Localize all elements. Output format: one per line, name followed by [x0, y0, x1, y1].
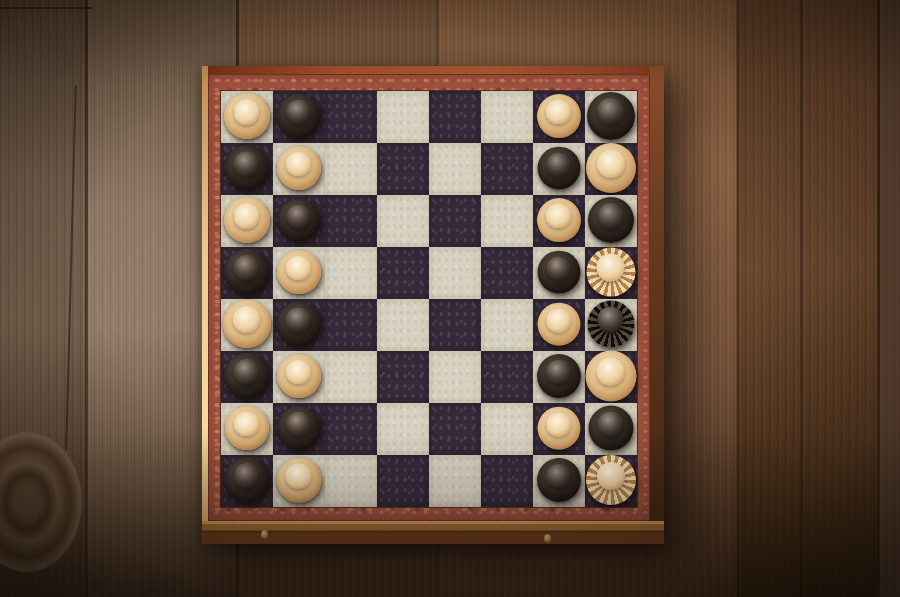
chess-box	[202, 66, 664, 544]
square-r4c8[interactable]	[585, 247, 637, 299]
plank-seam	[85, 0, 88, 597]
square-r1c1[interactable]	[221, 91, 273, 143]
square-r8c5[interactable]	[429, 455, 481, 507]
plank-seam	[0, 7, 92, 9]
square-r3c8[interactable]	[585, 195, 637, 247]
piece-black-r2c7[interactable]	[538, 147, 581, 190]
box-clasp-left	[261, 530, 268, 539]
piece-tan-r3c1[interactable]	[224, 197, 270, 243]
table-scene	[0, 0, 900, 597]
piece-tan-r5c7[interactable]	[538, 303, 581, 346]
square-r1c3[interactable]	[325, 91, 377, 143]
square-r6c2[interactable]	[273, 351, 325, 403]
piece-black-r6c1[interactable]	[224, 353, 270, 399]
square-r6c1[interactable]	[221, 351, 273, 403]
box-edge-top	[202, 66, 664, 74]
box-edge-right	[650, 66, 664, 544]
square-r1c6[interactable]	[481, 91, 533, 143]
square-r8c3[interactable]	[325, 455, 377, 507]
piece-tan-r6c2[interactable]	[277, 354, 321, 398]
square-r6c3[interactable]	[325, 351, 377, 403]
square-r3c1[interactable]	[221, 195, 273, 247]
square-r8c6[interactable]	[481, 455, 533, 507]
piece-tan-r8c8[interactable]	[586, 455, 636, 505]
square-r3c6[interactable]	[481, 195, 533, 247]
piece-tan-r1c1[interactable]	[224, 93, 270, 139]
square-r5c1[interactable]	[221, 299, 273, 351]
square-r1c7[interactable]	[533, 91, 585, 143]
square-r1c8[interactable]	[585, 91, 637, 143]
square-r3c5[interactable]	[429, 195, 481, 247]
piece-black-r1c2[interactable]	[277, 94, 321, 138]
square-r3c7[interactable]	[533, 195, 585, 247]
square-r8c8[interactable]	[585, 455, 637, 507]
square-r5c5[interactable]	[429, 299, 481, 351]
piece-black-r5c2[interactable]	[277, 302, 322, 347]
square-r4c7[interactable]	[533, 247, 585, 299]
piece-tan-r7c7[interactable]	[538, 407, 581, 450]
piece-black-r7c2[interactable]	[277, 406, 321, 450]
plank-seam	[736, 0, 739, 597]
piece-black-r1c8[interactable]	[587, 92, 635, 140]
square-r2c5[interactable]	[429, 143, 481, 195]
square-r4c1[interactable]	[221, 247, 273, 299]
plank-seam	[800, 0, 803, 597]
square-r2c3[interactable]	[325, 143, 377, 195]
table-plank-5	[737, 0, 878, 597]
square-r8c2[interactable]	[273, 455, 325, 507]
square-r5c3[interactable]	[325, 299, 377, 351]
square-r7c4[interactable]	[377, 403, 429, 455]
piece-tan-r1c7[interactable]	[537, 94, 581, 138]
square-r2c8[interactable]	[585, 143, 637, 195]
piece-black-r3c2[interactable]	[278, 199, 321, 242]
square-r3c2[interactable]	[273, 195, 325, 247]
square-r8c1[interactable]	[221, 455, 273, 507]
square-r4c3[interactable]	[325, 247, 377, 299]
piece-tan-r8c2[interactable]	[277, 458, 322, 503]
marble-frame	[208, 74, 650, 521]
square-r1c4[interactable]	[377, 91, 429, 143]
square-r2c1[interactable]	[221, 143, 273, 195]
piece-black-r4c7[interactable]	[538, 251, 581, 294]
square-r5c2[interactable]	[273, 299, 325, 351]
square-r5c4[interactable]	[377, 299, 429, 351]
square-r7c5[interactable]	[429, 403, 481, 455]
piece-black-r3c8[interactable]	[588, 197, 634, 243]
square-r7c8[interactable]	[585, 403, 637, 455]
square-r1c2[interactable]	[273, 91, 325, 143]
square-r4c4[interactable]	[377, 247, 429, 299]
table-plank-6	[878, 0, 900, 597]
piece-tan-r6c8[interactable]	[586, 350, 637, 401]
square-r6c4[interactable]	[377, 351, 429, 403]
square-r2c7[interactable]	[533, 143, 585, 195]
square-r3c3[interactable]	[325, 195, 377, 247]
square-r4c5[interactable]	[429, 247, 481, 299]
piece-tan-r2c8[interactable]	[586, 143, 636, 193]
piece-tan-r5c1[interactable]	[223, 300, 271, 348]
square-r7c6[interactable]	[481, 403, 533, 455]
piece-black-r7c8[interactable]	[589, 406, 634, 451]
piece-tan-r4c2[interactable]	[277, 250, 321, 294]
piece-black-r8c1[interactable]	[224, 457, 270, 503]
square-r2c4[interactable]	[377, 143, 429, 195]
square-r7c7[interactable]	[533, 403, 585, 455]
square-r7c1[interactable]	[221, 403, 273, 455]
piece-tan-r3c7[interactable]	[537, 198, 581, 242]
piece-tan-r4c8[interactable]	[587, 248, 636, 297]
box-clasp-right	[544, 534, 551, 543]
square-r4c2[interactable]	[273, 247, 325, 299]
square-r6c5[interactable]	[429, 351, 481, 403]
piece-tan-r2c2[interactable]	[277, 146, 321, 190]
square-r4c6[interactable]	[481, 247, 533, 299]
piece-black-r2c1[interactable]	[225, 146, 270, 191]
square-r2c6[interactable]	[481, 143, 533, 195]
piece-tan-r7c1[interactable]	[225, 406, 269, 450]
square-r2c2[interactable]	[273, 143, 325, 195]
square-r3c4[interactable]	[377, 195, 429, 247]
plank-seam	[877, 0, 880, 597]
piece-black-r8c7[interactable]	[537, 458, 581, 502]
square-r5c8[interactable]	[585, 299, 637, 351]
square-r7c3[interactable]	[325, 403, 377, 455]
square-r8c4[interactable]	[377, 455, 429, 507]
chess-board	[221, 91, 637, 507]
square-r8c7[interactable]	[533, 455, 585, 507]
square-r6c6[interactable]	[481, 351, 533, 403]
square-r5c7[interactable]	[533, 299, 585, 351]
square-r6c8[interactable]	[585, 351, 637, 403]
piece-black-r4c1[interactable]	[224, 249, 270, 295]
box-edge-bottom	[202, 521, 664, 544]
square-r1c5[interactable]	[429, 91, 481, 143]
square-r6c7[interactable]	[533, 351, 585, 403]
square-r7c2[interactable]	[273, 403, 325, 455]
piece-black-r5c8[interactable]	[588, 301, 635, 348]
piece-black-r6c7[interactable]	[537, 354, 581, 398]
square-r5c6[interactable]	[481, 299, 533, 351]
